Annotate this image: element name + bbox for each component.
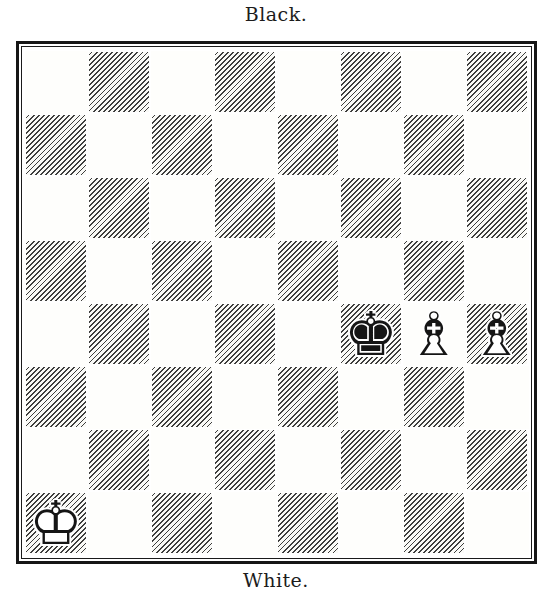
square-c8 [151, 51, 214, 114]
square-g3 [403, 366, 466, 429]
square-c3 [151, 366, 214, 429]
square-a1: ♚♔ [25, 492, 88, 555]
square-b1 [88, 492, 151, 555]
square-e5 [277, 240, 340, 303]
side-label-white: White. [0, 569, 552, 591]
square-b5 [88, 240, 151, 303]
board-frame-inner: ♚♚♝♗♝♗♚♔ [21, 46, 532, 559]
square-b4 [88, 303, 151, 366]
square-e1 [277, 492, 340, 555]
square-g6 [403, 177, 466, 240]
square-h2 [466, 429, 529, 492]
square-f7 [340, 114, 403, 177]
square-h5 [466, 240, 529, 303]
chess-board: ♚♚♝♗♝♗♚♔ [25, 51, 529, 555]
square-f2 [340, 429, 403, 492]
square-e6 [277, 177, 340, 240]
book-diagram-page: Black. ♚♚♝♗♝♗♚♔ White. [0, 0, 552, 599]
square-b2 [88, 429, 151, 492]
square-d1 [214, 492, 277, 555]
square-d5 [214, 240, 277, 303]
square-c7 [151, 114, 214, 177]
square-a6 [25, 177, 88, 240]
square-f1 [340, 492, 403, 555]
square-a4 [25, 303, 88, 366]
square-f5 [340, 240, 403, 303]
square-g7 [403, 114, 466, 177]
board-frame: ♚♚♝♗♝♗♚♔ [16, 41, 537, 564]
square-e4 [277, 303, 340, 366]
square-g4: ♝♗ [403, 303, 466, 366]
square-f4: ♚♚ [340, 303, 403, 366]
square-g2 [403, 429, 466, 492]
square-f6 [340, 177, 403, 240]
square-a2 [25, 429, 88, 492]
square-c1 [151, 492, 214, 555]
square-b6 [88, 177, 151, 240]
piece-white-bishop-h4: ♗ [466, 303, 529, 366]
square-g8 [403, 51, 466, 114]
square-b7 [88, 114, 151, 177]
square-b3 [88, 366, 151, 429]
square-d7 [214, 114, 277, 177]
square-e2 [277, 429, 340, 492]
square-h1 [466, 492, 529, 555]
square-e3 [277, 366, 340, 429]
square-h4: ♝♗ [466, 303, 529, 366]
square-d3 [214, 366, 277, 429]
square-a7 [25, 114, 88, 177]
square-f3 [340, 366, 403, 429]
square-c6 [151, 177, 214, 240]
square-a5 [25, 240, 88, 303]
piece-white-king-a1: ♔ [25, 492, 88, 555]
square-a8 [25, 51, 88, 114]
square-g1 [403, 492, 466, 555]
square-d6 [214, 177, 277, 240]
square-d8 [214, 51, 277, 114]
square-e7 [277, 114, 340, 177]
square-c5 [151, 240, 214, 303]
square-a3 [25, 366, 88, 429]
square-d4 [214, 303, 277, 366]
square-e8 [277, 51, 340, 114]
square-d2 [214, 429, 277, 492]
square-h3 [466, 366, 529, 429]
square-h7 [466, 114, 529, 177]
square-c4 [151, 303, 214, 366]
piece-white-bishop-g4: ♗ [403, 303, 466, 366]
square-h6 [466, 177, 529, 240]
side-label-black: Black. [0, 3, 552, 25]
square-f8 [340, 51, 403, 114]
square-h8 [466, 51, 529, 114]
piece-black-king-f4: ♚ [340, 303, 403, 366]
square-b8 [88, 51, 151, 114]
square-g5 [403, 240, 466, 303]
square-c2 [151, 429, 214, 492]
